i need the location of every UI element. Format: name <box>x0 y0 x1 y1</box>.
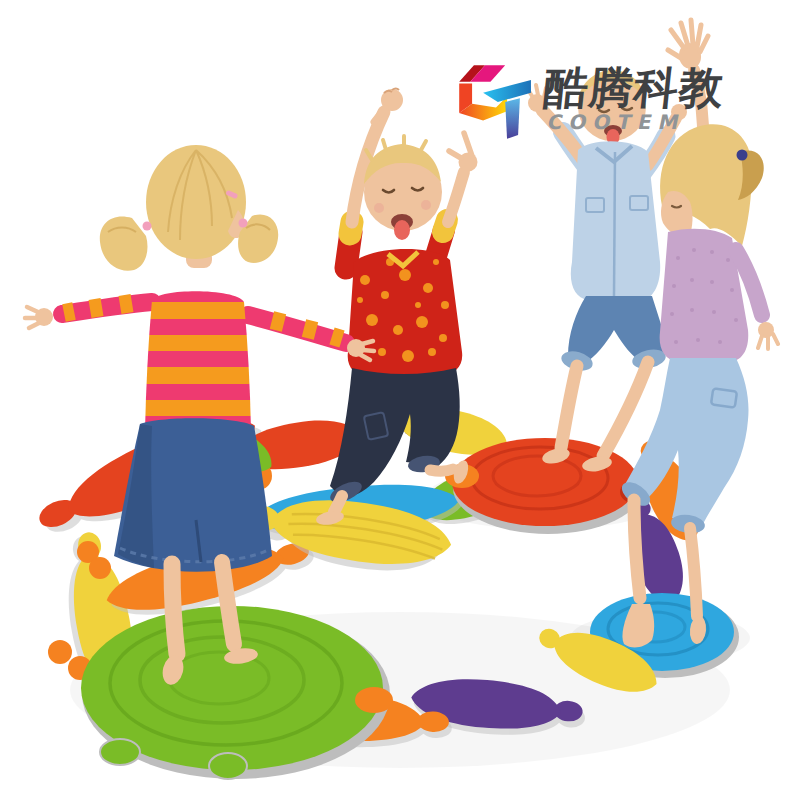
girl-left-head <box>100 145 278 271</box>
girl-right-cardigan <box>660 229 778 362</box>
child-boy-center <box>315 89 477 527</box>
scene: 酷腾科教 COOTEM <box>0 0 800 800</box>
boy-back-shirt <box>571 141 660 300</box>
cootem-logo-text: 酷腾科教 COOTEM <box>544 66 724 132</box>
cootem-logo: 酷腾科教 COOTEM <box>450 56 724 148</box>
cootem-logo-mark <box>450 56 542 148</box>
brand-name-english: COOTEM <box>546 112 726 132</box>
girl-left-arm-left <box>25 302 152 328</box>
girl-left-skirt <box>114 418 272 572</box>
brand-name-chinese: 酷腾科教 <box>542 66 727 110</box>
boy-center-head <box>364 136 442 240</box>
girl-left-shirt <box>145 250 251 435</box>
boy-center-right-arm <box>436 133 478 256</box>
